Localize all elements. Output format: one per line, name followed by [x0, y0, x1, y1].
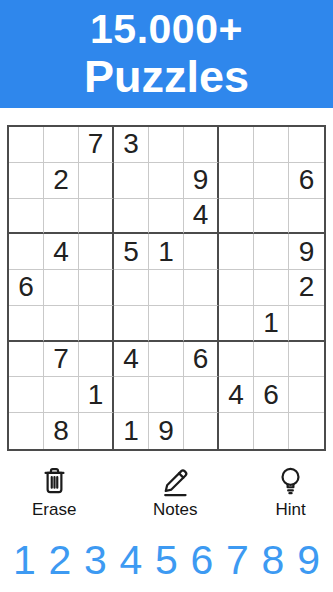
cell-r6c5[interactable]: [149, 306, 184, 342]
cell-r3c3[interactable]: [79, 199, 114, 235]
cell-r9c3[interactable]: [79, 413, 114, 449]
cell-r8c8[interactable]: 6: [254, 377, 289, 413]
cell-r5c3[interactable]: [79, 270, 114, 306]
cell-r1c8[interactable]: [254, 127, 289, 163]
erase-label: Erase: [32, 500, 76, 520]
cell-r2c9[interactable]: 6: [289, 163, 324, 199]
cell-r7c6[interactable]: 6: [184, 342, 219, 378]
cell-r1c2[interactable]: [44, 127, 79, 163]
cell-r4c1[interactable]: [9, 234, 44, 270]
cell-r3c4[interactable]: [114, 199, 149, 235]
header-title-puzzles: Puzzles: [0, 52, 333, 102]
cell-r1c1[interactable]: [9, 127, 44, 163]
cell-r3c1[interactable]: [9, 199, 44, 235]
cell-r3c7[interactable]: [219, 199, 254, 235]
erase-button[interactable]: Erase: [32, 464, 76, 520]
lightbulb-icon: [274, 464, 307, 497]
cell-r6c4[interactable]: [114, 306, 149, 342]
cell-r5c8[interactable]: [254, 270, 289, 306]
trash-icon: [38, 464, 71, 497]
cell-r5c6[interactable]: [184, 270, 219, 306]
cell-r9c7[interactable]: [219, 413, 254, 449]
cell-r4c8[interactable]: [254, 234, 289, 270]
cell-r5c2[interactable]: [44, 270, 79, 306]
cell-r7c2[interactable]: 7: [44, 342, 79, 378]
hint-label: Hint: [275, 500, 305, 520]
cell-r7c7[interactable]: [219, 342, 254, 378]
cell-r7c8[interactable]: [254, 342, 289, 378]
cell-r4c2[interactable]: 4: [44, 234, 79, 270]
cell-r1c5[interactable]: [149, 127, 184, 163]
cell-r8c6[interactable]: [184, 377, 219, 413]
cell-r5c7[interactable]: [219, 270, 254, 306]
cell-r3c9[interactable]: [289, 199, 324, 235]
toolbar: Erase Notes Hint: [0, 464, 333, 520]
key-3[interactable]: 3: [84, 537, 107, 583]
cell-r9c5[interactable]: 9: [149, 413, 184, 449]
cell-r4c5[interactable]: 1: [149, 234, 184, 270]
cell-r1c9[interactable]: [289, 127, 324, 163]
cell-r2c8[interactable]: [254, 163, 289, 199]
cell-r1c4[interactable]: 3: [114, 127, 149, 163]
cell-r8c2[interactable]: [44, 377, 79, 413]
cell-r8c1[interactable]: [9, 377, 44, 413]
cell-r2c1[interactable]: [9, 163, 44, 199]
key-5[interactable]: 5: [155, 537, 178, 583]
cell-r8c5[interactable]: [149, 377, 184, 413]
cell-r9c8[interactable]: [254, 413, 289, 449]
notes-label: Notes: [153, 500, 197, 520]
cell-r3c8[interactable]: [254, 199, 289, 235]
key-9[interactable]: 9: [297, 537, 320, 583]
cell-r6c6[interactable]: [184, 306, 219, 342]
cell-r8c9[interactable]: [289, 377, 324, 413]
cell-r9c4[interactable]: 1: [114, 413, 149, 449]
cell-r6c9[interactable]: [289, 306, 324, 342]
cell-r9c2[interactable]: 8: [44, 413, 79, 449]
sudoku-board: 7329644519621746146819: [7, 125, 326, 451]
cell-r4c9[interactable]: 9: [289, 234, 324, 270]
cell-r2c7[interactable]: [219, 163, 254, 199]
cell-r6c7[interactable]: [219, 306, 254, 342]
cell-r6c8[interactable]: 1: [254, 306, 289, 342]
cell-r3c5[interactable]: [149, 199, 184, 235]
key-7[interactable]: 7: [226, 537, 249, 583]
cell-r5c4[interactable]: [114, 270, 149, 306]
cell-r5c1[interactable]: 6: [9, 270, 44, 306]
number-keypad: 123456789: [0, 537, 333, 583]
cell-r8c7[interactable]: 4: [219, 377, 254, 413]
cell-r2c2[interactable]: 2: [44, 163, 79, 199]
header-title-count: 15.000+: [0, 7, 333, 52]
cell-r6c1[interactable]: [9, 306, 44, 342]
cell-r7c3[interactable]: [79, 342, 114, 378]
cell-r1c7[interactable]: [219, 127, 254, 163]
cell-r7c1[interactable]: [9, 342, 44, 378]
cell-r2c5[interactable]: [149, 163, 184, 199]
cell-r1c3[interactable]: 7: [79, 127, 114, 163]
cell-r9c9[interactable]: [289, 413, 324, 449]
key-6[interactable]: 6: [191, 537, 214, 583]
cell-r2c6[interactable]: 9: [184, 163, 219, 199]
cell-r2c3[interactable]: [79, 163, 114, 199]
cell-r9c6[interactable]: [184, 413, 219, 449]
cell-r5c9[interactable]: 2: [289, 270, 324, 306]
key-2[interactable]: 2: [49, 537, 72, 583]
pencil-icon: [159, 464, 192, 497]
cell-r3c6[interactable]: 4: [184, 199, 219, 235]
cell-r7c4[interactable]: 4: [114, 342, 149, 378]
hint-button[interactable]: Hint: [274, 464, 307, 520]
header-banner: 15.000+ Puzzles: [0, 0, 333, 108]
cell-r4c3[interactable]: [79, 234, 114, 270]
cell-r8c4[interactable]: [114, 377, 149, 413]
cell-r7c5[interactable]: [149, 342, 184, 378]
cell-r6c2[interactable]: [44, 306, 79, 342]
key-8[interactable]: 8: [262, 537, 285, 583]
key-1[interactable]: 1: [13, 537, 36, 583]
cell-r3c2[interactable]: [44, 199, 79, 235]
cell-r5c5[interactable]: [149, 270, 184, 306]
cell-r2c4[interactable]: [114, 163, 149, 199]
cell-r7c9[interactable]: [289, 342, 324, 378]
cell-r1c6[interactable]: [184, 127, 219, 163]
notes-button[interactable]: Notes: [153, 464, 197, 520]
cell-r6c3[interactable]: [79, 306, 114, 342]
cell-r4c7[interactable]: [219, 234, 254, 270]
key-4[interactable]: 4: [120, 537, 143, 583]
cell-r4c6[interactable]: [184, 234, 219, 270]
cell-r9c1[interactable]: [9, 413, 44, 449]
cell-r4c4[interactable]: 5: [114, 234, 149, 270]
cell-r8c3[interactable]: 1: [79, 377, 114, 413]
